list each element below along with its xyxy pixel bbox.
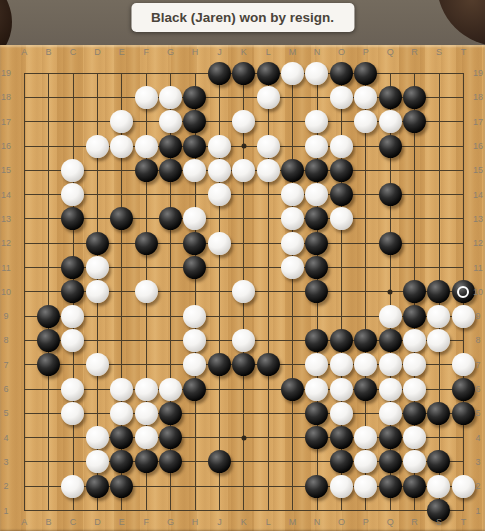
col-label-bottom: C — [70, 517, 77, 527]
go-app: { "game": "go", "banner": { "text": "Bla… — [0, 0, 485, 531]
col-label-top: E — [119, 47, 125, 57]
col-label-top: Q — [387, 47, 394, 57]
col-label-bottom: R — [411, 517, 418, 527]
col-label-bottom: P — [363, 517, 369, 527]
row-label-right: 11 — [473, 263, 482, 273]
row-label-right: 17 — [473, 117, 483, 127]
row-label-left: 3 — [3, 457, 8, 467]
row-label-right: 7 — [475, 360, 480, 370]
row-label-left: 8 — [3, 335, 8, 345]
col-label-top: S — [436, 47, 442, 57]
col-label-top: M — [289, 47, 297, 57]
col-label-bottom: M — [289, 517, 297, 527]
row-label-left: 9 — [3, 311, 8, 321]
row-label-right: 18 — [473, 92, 483, 102]
row-label-right: 8 — [475, 335, 480, 345]
row-label-left: 12 — [1, 238, 11, 248]
go-board: AABBCCDDEEFFGGHHJJKKLLMMNNOOPPQQRRSSTT19… — [0, 45, 485, 531]
col-label-bottom: S — [436, 517, 442, 527]
stone-bowl-right — [437, 0, 485, 45]
row-label-right: 15 — [473, 165, 483, 175]
col-label-top: D — [94, 47, 101, 57]
col-label-top: F — [143, 47, 149, 57]
row-label-left: 2 — [3, 481, 8, 491]
row-label-left: 6 — [3, 384, 8, 394]
row-label-left: 7 — [3, 360, 8, 370]
row-label-right: 10 — [473, 287, 483, 297]
row-label-left: 19 — [1, 68, 11, 78]
row-label-left: 1 — [3, 506, 8, 516]
col-label-top: J — [217, 47, 222, 57]
col-label-top: T — [461, 47, 467, 57]
col-label-bottom: K — [241, 517, 247, 527]
row-label-left: 14 — [1, 190, 11, 200]
row-label-right: 14 — [473, 190, 483, 200]
col-label-top: G — [167, 47, 174, 57]
col-label-bottom: F — [143, 517, 149, 527]
col-label-top: P — [363, 47, 369, 57]
col-label-bottom: E — [119, 517, 125, 527]
game-result-banner: Black (Jaren) won by resign. — [131, 3, 354, 32]
col-label-top: H — [192, 47, 199, 57]
col-label-bottom: L — [266, 517, 271, 527]
row-label-right: 13 — [473, 214, 483, 224]
col-label-top: C — [70, 47, 77, 57]
col-label-top: B — [46, 47, 52, 57]
row-label-right: 16 — [473, 141, 483, 151]
row-label-right: 1 — [475, 506, 480, 516]
col-label-bottom: D — [94, 517, 101, 527]
stone-bowl-left — [0, 0, 12, 45]
row-label-left: 18 — [1, 92, 11, 102]
row-label-left: 4 — [3, 433, 8, 443]
col-label-bottom: A — [21, 517, 27, 527]
col-label-top: L — [266, 47, 271, 57]
coordinate-labels: AABBCCDDEEFFGGHHJJKKLLMMNNOOPPQQRRSSTT19… — [0, 45, 485, 531]
row-label-right: 4 — [475, 433, 480, 443]
col-label-bottom: J — [217, 517, 222, 527]
row-label-right: 9 — [475, 311, 480, 321]
row-label-right: 3 — [475, 457, 480, 467]
row-label-right: 5 — [475, 408, 480, 418]
row-label-right: 6 — [475, 384, 480, 394]
row-label-left: 13 — [1, 214, 11, 224]
row-label-left: 5 — [3, 408, 8, 418]
col-label-top: A — [21, 47, 27, 57]
col-label-bottom: N — [314, 517, 321, 527]
col-label-bottom: Q — [387, 517, 394, 527]
row-label-left: 17 — [1, 117, 11, 127]
row-label-left: 15 — [1, 165, 11, 175]
row-label-left: 16 — [1, 141, 11, 151]
row-label-right: 2 — [475, 481, 480, 491]
col-label-top: R — [411, 47, 418, 57]
col-label-bottom: B — [46, 517, 52, 527]
col-label-bottom: G — [167, 517, 174, 527]
row-label-right: 12 — [473, 238, 483, 248]
col-label-top: O — [338, 47, 345, 57]
row-label-left: 10 — [1, 287, 11, 297]
col-label-bottom: T — [461, 517, 467, 527]
row-label-left: 11 — [1, 263, 10, 273]
col-label-top: N — [314, 47, 321, 57]
col-label-top: K — [241, 47, 247, 57]
col-label-bottom: O — [338, 517, 345, 527]
row-label-right: 19 — [473, 68, 483, 78]
col-label-bottom: H — [192, 517, 199, 527]
